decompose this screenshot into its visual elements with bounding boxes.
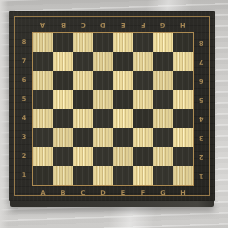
file-bottom-label-h: H [180,190,185,197]
square-e2[interactable] [113,147,133,166]
square-a7[interactable] [33,52,53,71]
square-h5[interactable] [173,90,193,109]
rank-right-label-4: 4 [199,115,204,122]
square-g6[interactable] [153,71,173,90]
square-d4[interactable] [93,109,113,128]
square-a5[interactable] [33,90,53,109]
file-bottom-label-g: G [160,190,165,197]
square-c7[interactable] [73,52,93,71]
rank-labels-right: 87654321 [193,33,210,185]
board-side-edge [10,201,214,207]
square-b1[interactable] [53,166,73,185]
square-f7[interactable] [133,52,153,71]
square-a6[interactable] [33,71,53,90]
square-h1[interactable] [173,166,193,185]
file-bottom-label-c: C [81,190,86,197]
square-h7[interactable] [173,52,193,71]
rank-left-label-8: 8 [22,39,27,46]
file-top-label-b: B [61,21,66,28]
square-f1[interactable] [133,166,153,185]
file-labels-top: ABCDEFGH [33,17,193,32]
square-e5[interactable] [113,90,133,109]
square-c3[interactable] [73,128,93,147]
square-g5[interactable] [153,90,173,109]
square-d3[interactable] [93,128,113,147]
rank-left-label-7: 7 [22,58,27,65]
square-f4[interactable] [133,109,153,128]
square-e1[interactable] [113,166,133,185]
square-d2[interactable] [93,147,113,166]
squares-grid [33,33,193,185]
square-b8[interactable] [53,33,73,52]
square-g3[interactable] [153,128,173,147]
file-top-label-d: D [100,21,105,28]
file-top-label-c: C [81,21,86,28]
file-top-label-a: A [40,21,45,28]
square-f8[interactable] [133,33,153,52]
rank-left-label-1: 1 [22,172,27,179]
square-g7[interactable] [153,52,173,71]
square-g2[interactable] [153,147,173,166]
square-e7[interactable] [113,52,133,71]
file-bottom-label-d: D [100,190,105,197]
file-bottom-label-b: B [61,190,66,197]
square-h4[interactable] [173,109,193,128]
square-b6[interactable] [53,71,73,90]
file-top-label-f: F [141,21,145,28]
square-c1[interactable] [73,166,93,185]
file-top-label-h: H [180,21,185,28]
square-c6[interactable] [73,71,93,90]
square-b5[interactable] [53,90,73,109]
square-c4[interactable] [73,109,93,128]
rank-right-label-5: 5 [199,96,204,103]
square-b3[interactable] [53,128,73,147]
square-f3[interactable] [133,128,153,147]
square-f2[interactable] [133,147,153,166]
file-top-label-e: E [121,21,125,28]
square-c8[interactable] [73,33,93,52]
square-c5[interactable] [73,90,93,109]
square-d7[interactable] [93,52,113,71]
square-e4[interactable] [113,109,133,128]
square-c2[interactable] [73,147,93,166]
file-labels-bottom: ABCDEFGH [33,186,193,200]
rank-right-label-6: 6 [199,77,204,84]
square-e6[interactable] [113,71,133,90]
rank-left-label-4: 4 [22,115,27,122]
square-g1[interactable] [153,166,173,185]
square-b4[interactable] [53,109,73,128]
square-a4[interactable] [33,109,53,128]
chess-board: ABCDEFGH 87654321 87654321 ABCDEFGH [9,11,215,201]
rank-left-label-5: 5 [22,96,27,103]
rank-left-label-2: 2 [22,153,27,160]
square-f6[interactable] [133,71,153,90]
square-h8[interactable] [173,33,193,52]
rank-right-label-8: 8 [199,39,204,46]
square-f5[interactable] [133,90,153,109]
square-b7[interactable] [53,52,73,71]
square-g4[interactable] [153,109,173,128]
square-a8[interactable] [33,33,53,52]
square-d1[interactable] [93,166,113,185]
rank-left-label-3: 3 [22,134,27,141]
square-a2[interactable] [33,147,53,166]
square-h2[interactable] [173,147,193,166]
rank-labels-left: 87654321 [15,33,33,185]
rank-left-label-6: 6 [22,77,27,84]
rank-right-label-3: 3 [199,134,204,141]
rank-right-label-2: 2 [199,153,204,160]
file-bottom-label-a: A [40,190,45,197]
rank-right-label-1: 1 [199,172,204,179]
table-surface: ABCDEFGH 87654321 87654321 ABCDEFGH [0,0,228,228]
square-d8[interactable] [93,33,113,52]
square-a3[interactable] [33,128,53,147]
square-e3[interactable] [113,128,133,147]
square-a1[interactable] [33,166,53,185]
square-h3[interactable] [173,128,193,147]
file-bottom-label-e: E [121,190,125,197]
file-bottom-label-f: F [141,190,145,197]
rank-right-label-7: 7 [199,58,204,65]
square-b2[interactable] [53,147,73,166]
square-d5[interactable] [93,90,113,109]
file-top-label-g: G [160,21,165,28]
square-g8[interactable] [153,33,173,52]
square-h6[interactable] [173,71,193,90]
square-d6[interactable] [93,71,113,90]
square-e8[interactable] [113,33,133,52]
